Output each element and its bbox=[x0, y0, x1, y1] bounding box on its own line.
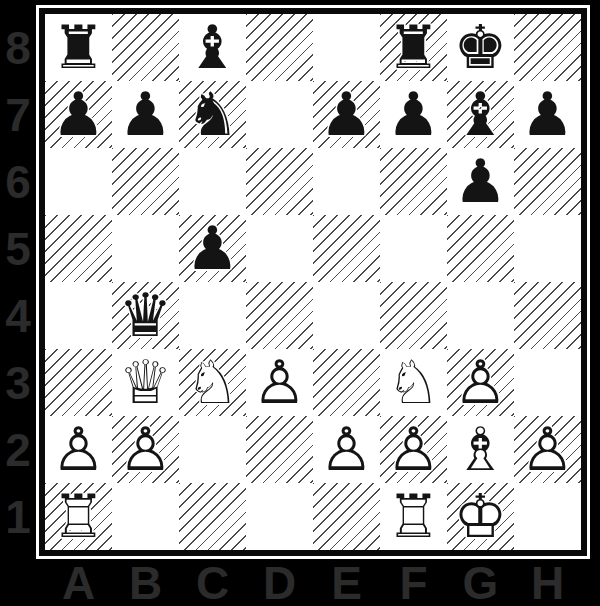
square-g5[interactable] bbox=[447, 215, 514, 282]
square-b8[interactable] bbox=[112, 14, 179, 81]
white-knight[interactable]: ♘ bbox=[179, 349, 246, 416]
square-c2[interactable] bbox=[179, 416, 246, 483]
white-bishop-fill: ♝ bbox=[447, 416, 514, 483]
white-pawn-fill: ♟ bbox=[112, 416, 179, 483]
square-d5[interactable] bbox=[246, 215, 313, 282]
square-a7[interactable]: ♟ bbox=[45, 81, 112, 148]
white-pawn[interactable]: ♙ bbox=[246, 349, 313, 416]
square-a2[interactable]: ♟♙ bbox=[45, 416, 112, 483]
square-b3[interactable]: ♛♕ bbox=[112, 349, 179, 416]
white-pawn-fill: ♟ bbox=[380, 416, 447, 483]
black-king[interactable]: ♚ bbox=[447, 14, 514, 81]
white-pawn[interactable]: ♙ bbox=[514, 416, 581, 483]
square-a3[interactable] bbox=[45, 349, 112, 416]
square-g6[interactable]: ♟ bbox=[447, 148, 514, 215]
file-label-c: C bbox=[179, 559, 246, 606]
square-e6[interactable] bbox=[313, 148, 380, 215]
black-rook[interactable]: ♜ bbox=[45, 14, 112, 81]
file-label-e: E bbox=[313, 559, 380, 606]
file-label-f: F bbox=[380, 559, 447, 606]
square-e2[interactable]: ♟♙ bbox=[313, 416, 380, 483]
white-pawn-fill: ♟ bbox=[45, 416, 112, 483]
square-d1[interactable] bbox=[246, 483, 313, 550]
file-label-g: G bbox=[447, 559, 514, 606]
square-h3[interactable] bbox=[514, 349, 581, 416]
black-pawn[interactable]: ♟ bbox=[313, 81, 380, 148]
rank-label-5: 5 bbox=[0, 215, 36, 282]
white-queen-fill: ♛ bbox=[112, 349, 179, 416]
white-king-fill: ♚ bbox=[447, 483, 514, 550]
square-f1[interactable]: ♜♖ bbox=[380, 483, 447, 550]
square-h1[interactable] bbox=[514, 483, 581, 550]
black-knight[interactable]: ♞ bbox=[179, 81, 246, 148]
square-e5[interactable] bbox=[313, 215, 380, 282]
square-b2[interactable]: ♟♙ bbox=[112, 416, 179, 483]
black-queen[interactable]: ♛ bbox=[112, 282, 179, 349]
white-knight-fill: ♞ bbox=[179, 349, 246, 416]
square-c4[interactable] bbox=[179, 282, 246, 349]
square-f2[interactable]: ♟♙ bbox=[380, 416, 447, 483]
white-rook[interactable]: ♖ bbox=[380, 483, 447, 550]
rank-label-7: 7 bbox=[0, 81, 36, 148]
rank-label-2: 2 bbox=[0, 416, 36, 483]
white-bishop[interactable]: ♗ bbox=[447, 416, 514, 483]
file-label-b: B bbox=[112, 559, 179, 606]
white-rook-fill: ♜ bbox=[45, 483, 112, 550]
square-a1[interactable]: ♜♖ bbox=[45, 483, 112, 550]
square-d2[interactable] bbox=[246, 416, 313, 483]
white-knight[interactable]: ♘ bbox=[380, 349, 447, 416]
square-d6[interactable] bbox=[246, 148, 313, 215]
square-b7[interactable]: ♟ bbox=[112, 81, 179, 148]
black-pawn[interactable]: ♟ bbox=[380, 81, 447, 148]
square-h2[interactable]: ♟♙ bbox=[514, 416, 581, 483]
black-pawn[interactable]: ♟ bbox=[514, 81, 581, 148]
white-rook[interactable]: ♖ bbox=[45, 483, 112, 550]
black-bishop[interactable]: ♝ bbox=[179, 14, 246, 81]
square-a8[interactable]: ♜ bbox=[45, 14, 112, 81]
square-d4[interactable] bbox=[246, 282, 313, 349]
square-a6[interactable] bbox=[45, 148, 112, 215]
square-d3[interactable]: ♟♙ bbox=[246, 349, 313, 416]
square-h4[interactable] bbox=[514, 282, 581, 349]
file-label-d: D bbox=[246, 559, 313, 606]
square-g8[interactable]: ♚ bbox=[447, 14, 514, 81]
white-king[interactable]: ♔ bbox=[447, 483, 514, 550]
square-a4[interactable] bbox=[45, 282, 112, 349]
white-rook-fill: ♜ bbox=[380, 483, 447, 550]
square-g3[interactable]: ♟♙ bbox=[447, 349, 514, 416]
square-b4[interactable]: ♛ bbox=[112, 282, 179, 349]
black-pawn[interactable]: ♟ bbox=[447, 148, 514, 215]
rank-labels: 8 7 6 5 4 3 2 1 bbox=[0, 14, 36, 550]
black-rook[interactable]: ♜ bbox=[380, 14, 447, 81]
white-pawn-fill: ♟ bbox=[447, 349, 514, 416]
rank-label-8: 8 bbox=[0, 14, 36, 81]
square-d7[interactable] bbox=[246, 81, 313, 148]
white-pawn-fill: ♟ bbox=[313, 416, 380, 483]
white-pawn[interactable]: ♙ bbox=[447, 349, 514, 416]
white-pawn-fill: ♟ bbox=[246, 349, 313, 416]
square-c7[interactable]: ♞ bbox=[179, 81, 246, 148]
rank-label-4: 4 bbox=[0, 282, 36, 349]
square-g7[interactable]: ♝ bbox=[447, 81, 514, 148]
square-c6[interactable] bbox=[179, 148, 246, 215]
square-h6[interactable] bbox=[514, 148, 581, 215]
square-c3[interactable]: ♞♘ bbox=[179, 349, 246, 416]
chess-board: ♜♝♜♚♟♟♞♟♟♝♟♟♟♛♛♕♞♘♟♙♞♘♟♙♟♙♟♙♟♙♟♙♝♗♟♙♜♖♜♖… bbox=[45, 14, 581, 550]
rank-label-3: 3 bbox=[0, 349, 36, 416]
square-f8[interactable]: ♜ bbox=[380, 14, 447, 81]
white-knight-fill: ♞ bbox=[380, 349, 447, 416]
black-pawn[interactable]: ♟ bbox=[45, 81, 112, 148]
square-g4[interactable] bbox=[447, 282, 514, 349]
file-label-a: A bbox=[45, 559, 112, 606]
square-e4[interactable] bbox=[313, 282, 380, 349]
square-g1[interactable]: ♚♔ bbox=[447, 483, 514, 550]
chess-board-border: ♜♝♜♚♟♟♞♟♟♝♟♟♟♛♛♕♞♘♟♙♞♘♟♙♟♙♟♙♟♙♟♙♝♗♟♙♜♖♜♖… bbox=[39, 8, 587, 556]
square-e3[interactable] bbox=[313, 349, 380, 416]
rank-label-1: 1 bbox=[0, 483, 36, 550]
square-c8[interactable]: ♝ bbox=[179, 14, 246, 81]
square-e7[interactable]: ♟ bbox=[313, 81, 380, 148]
black-pawn[interactable]: ♟ bbox=[179, 215, 246, 282]
square-c1[interactable] bbox=[179, 483, 246, 550]
square-f5[interactable] bbox=[380, 215, 447, 282]
square-b5[interactable] bbox=[112, 215, 179, 282]
square-f4[interactable] bbox=[380, 282, 447, 349]
file-labels: A B C D E F G H bbox=[45, 559, 581, 606]
square-f7[interactable]: ♟ bbox=[380, 81, 447, 148]
square-f3[interactable]: ♞♘ bbox=[380, 349, 447, 416]
square-g2[interactable]: ♝♗ bbox=[447, 416, 514, 483]
square-b6[interactable] bbox=[112, 148, 179, 215]
square-h7[interactable]: ♟ bbox=[514, 81, 581, 148]
square-d8[interactable] bbox=[246, 14, 313, 81]
square-e8[interactable] bbox=[313, 14, 380, 81]
black-bishop[interactable]: ♝ bbox=[447, 81, 514, 148]
file-label-h: H bbox=[514, 559, 581, 606]
square-h8[interactable] bbox=[514, 14, 581, 81]
white-pawn[interactable]: ♙ bbox=[380, 416, 447, 483]
square-a5[interactable] bbox=[45, 215, 112, 282]
square-b1[interactable] bbox=[112, 483, 179, 550]
white-pawn[interactable]: ♙ bbox=[45, 416, 112, 483]
black-pawn[interactable]: ♟ bbox=[112, 81, 179, 148]
square-e1[interactable] bbox=[313, 483, 380, 550]
white-pawn[interactable]: ♙ bbox=[313, 416, 380, 483]
white-queen[interactable]: ♕ bbox=[112, 349, 179, 416]
square-h5[interactable] bbox=[514, 215, 581, 282]
chess-board-frame: ♜♝♜♚♟♟♞♟♟♝♟♟♟♛♛♕♞♘♟♙♞♘♟♙♟♙♟♙♟♙♟♙♝♗♟♙♜♖♜♖… bbox=[36, 5, 590, 559]
white-pawn-fill: ♟ bbox=[514, 416, 581, 483]
square-c5[interactable]: ♟ bbox=[179, 215, 246, 282]
square-f6[interactable] bbox=[380, 148, 447, 215]
white-pawn[interactable]: ♙ bbox=[112, 416, 179, 483]
rank-label-6: 6 bbox=[0, 148, 36, 215]
